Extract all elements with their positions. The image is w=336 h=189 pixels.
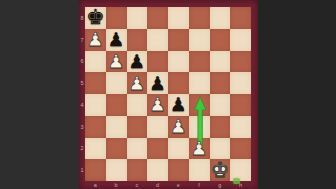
file-label-d: d (147, 181, 168, 189)
white-king-g1[interactable]: ♚ (210, 159, 231, 181)
square-a5[interactable] (85, 72, 106, 94)
black-pawn-d5[interactable]: ♟ (147, 72, 168, 94)
square-h4[interactable] (230, 94, 251, 116)
square-g6[interactable] (210, 51, 231, 73)
square-c3[interactable] (127, 116, 148, 138)
square-c7[interactable] (127, 29, 148, 51)
square-f8[interactable] (189, 7, 210, 29)
square-d8[interactable] (147, 7, 168, 29)
video-frame-background: 87654321 abcdefgh ♚♟♟♟♟♟♟♟♟♟♟♚ (0, 0, 336, 189)
square-f5[interactable] (189, 72, 210, 94)
black-king-a8[interactable]: ♚ (85, 7, 106, 29)
square-e8[interactable] (168, 7, 189, 29)
square-f7[interactable] (189, 29, 210, 51)
board-frame: 87654321 abcdefgh ♚♟♟♟♟♟♟♟♟♟♟♚ (79, 0, 258, 189)
square-h2[interactable] (230, 138, 251, 160)
white-pawn-a7[interactable]: ♟ (85, 29, 106, 51)
black-pawn-b7[interactable]: ♟ (106, 29, 127, 51)
square-c2[interactable] (127, 138, 148, 160)
black-pawn-e4[interactable]: ♟ (168, 94, 189, 116)
square-g5[interactable] (210, 72, 231, 94)
square-c4[interactable] (127, 94, 148, 116)
square-a3[interactable] (85, 116, 106, 138)
square-h8[interactable] (230, 7, 251, 29)
black-pawn-c6[interactable]: ♟ (127, 51, 148, 73)
square-d1[interactable] (147, 159, 168, 181)
square-c1[interactable] (127, 159, 148, 181)
square-f1[interactable] (189, 159, 210, 181)
square-a4[interactable] (85, 94, 106, 116)
file-label-f: f (189, 181, 210, 189)
file-label-c: c (127, 181, 148, 189)
square-e1[interactable] (168, 159, 189, 181)
file-label-g: g (210, 181, 231, 189)
square-e6[interactable] (168, 51, 189, 73)
square-d6[interactable] (147, 51, 168, 73)
square-h3[interactable] (230, 116, 251, 138)
file-label-e: e (168, 181, 189, 189)
square-g7[interactable] (210, 29, 231, 51)
square-g3[interactable] (210, 116, 231, 138)
square-h6[interactable] (230, 51, 251, 73)
square-b2[interactable] (106, 138, 127, 160)
square-b4[interactable] (106, 94, 127, 116)
square-f3[interactable] (189, 116, 210, 138)
square-g8[interactable] (210, 7, 231, 29)
white-pawn-b6[interactable]: ♟ (106, 51, 127, 73)
file-label-b: b (106, 181, 127, 189)
square-h7[interactable] (230, 29, 251, 51)
square-f4[interactable] (189, 94, 210, 116)
square-e7[interactable] (168, 29, 189, 51)
square-a6[interactable] (85, 51, 106, 73)
square-e5[interactable] (168, 72, 189, 94)
square-c8[interactable] (127, 7, 148, 29)
square-g4[interactable] (210, 94, 231, 116)
square-g2[interactable] (210, 138, 231, 160)
square-f6[interactable] (189, 51, 210, 73)
square-b5[interactable] (106, 72, 127, 94)
square-a1[interactable] (85, 159, 106, 181)
square-b3[interactable] (106, 116, 127, 138)
square-d7[interactable] (147, 29, 168, 51)
green-marker-dot (233, 178, 240, 184)
square-d3[interactable] (147, 116, 168, 138)
white-pawn-f2[interactable]: ♟ (189, 138, 210, 160)
file-labels: abcdefgh (85, 181, 251, 189)
white-pawn-c5[interactable]: ♟ (127, 72, 148, 94)
square-h5[interactable] (230, 72, 251, 94)
square-e2[interactable] (168, 138, 189, 160)
square-d2[interactable] (147, 138, 168, 160)
file-label-a: a (85, 181, 106, 189)
white-pawn-e3[interactable]: ♟ (168, 116, 189, 138)
chess-board: ♚♟♟♟♟♟♟♟♟♟♟♚ (85, 7, 251, 181)
square-a2[interactable] (85, 138, 106, 160)
square-b8[interactable] (106, 7, 127, 29)
white-pawn-d4[interactable]: ♟ (147, 94, 168, 116)
square-b1[interactable] (106, 159, 127, 181)
